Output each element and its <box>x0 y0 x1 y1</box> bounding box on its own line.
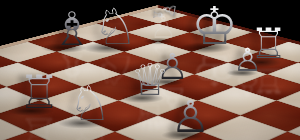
piece-pawn-e2[interactable]: ♙ <box>171 95 210 139</box>
chess-scene: ♗♗♘♘♙♙♔♔♖♖♙♙♙♙♕♕♖♖♘♘♙♙♙♗ <box>0 0 300 140</box>
captured-bishop-fallen: ♗ <box>149 7 165 22</box>
piece-rook-b3[interactable]: ♖ <box>18 69 59 115</box>
piece-king-d7[interactable]: ♔ <box>191 0 238 52</box>
queen-reflection: ♕ <box>130 100 169 135</box>
piece-knight-b6[interactable]: ♘ <box>93 2 138 52</box>
piece-pawn-f6[interactable]: ♙ <box>233 43 262 75</box>
piece-knight-d3[interactable]: ♘ <box>68 79 111 127</box>
piece-queen-e4[interactable]: ♕ <box>130 58 169 102</box>
piece-bishop-a5[interactable]: ♗ <box>51 6 92 52</box>
